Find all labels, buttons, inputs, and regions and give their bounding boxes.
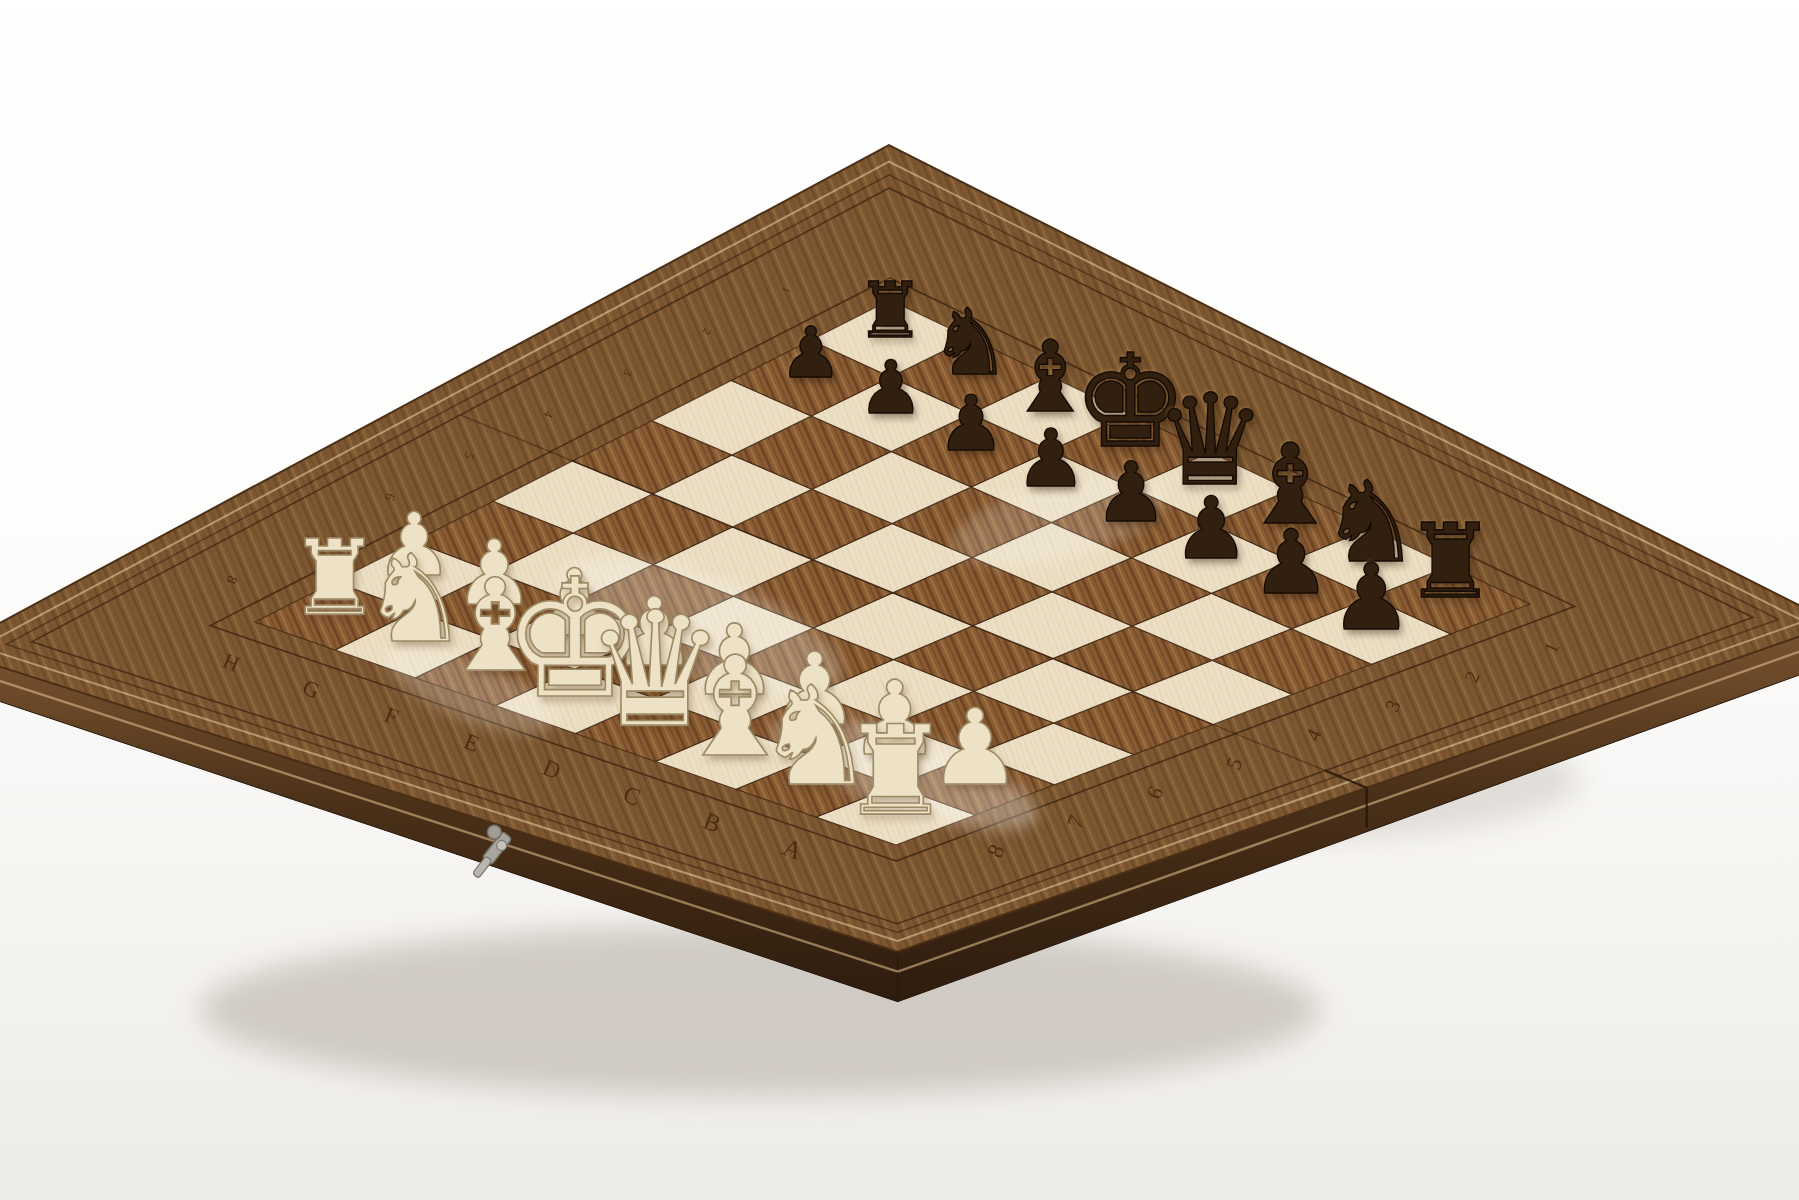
chessboard: ABCDEFGH1234567812345678	[0, 0, 1799, 1200]
photo-scene: ABCDEFGH1234567812345678 ♜♞♟♝♟♟♚♟♛♟♝♟♞♟♟…	[0, 0, 1799, 1200]
